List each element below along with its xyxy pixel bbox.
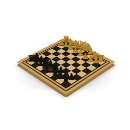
- piece-black-rook-h8[interactable]: ♜: [61, 74, 70, 85]
- chess-set-photo: ♜♞♝♛♚♝♞♜♟♟♟♟♟♟♟♟♟♟♟♟♟♟♟♟♜♞♝♛♚♝♞♜: [0, 0, 130, 130]
- piece-white-pawn-h2[interactable]: ♟: [92, 57, 100, 66]
